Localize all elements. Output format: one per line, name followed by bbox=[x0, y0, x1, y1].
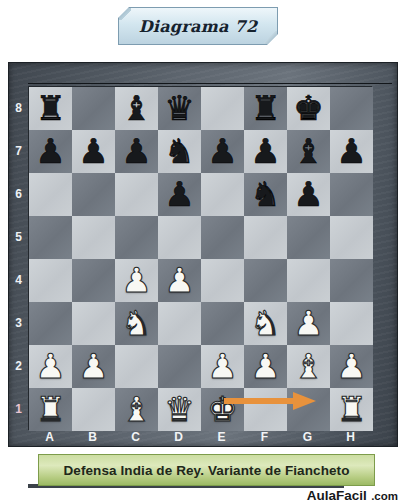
piece-black-pawn[interactable]: ♟ bbox=[121, 130, 151, 173]
square-h5[interactable] bbox=[330, 216, 373, 259]
piece-white-knight[interactable]: ♞ bbox=[121, 302, 151, 345]
piece-black-bishop[interactable]: ♝ bbox=[293, 130, 323, 173]
file-label-b: B bbox=[71, 428, 114, 446]
piece-black-rook[interactable]: ♜ bbox=[250, 87, 280, 130]
square-b4[interactable] bbox=[72, 259, 115, 302]
piece-black-pawn[interactable]: ♟ bbox=[164, 173, 194, 216]
rank-label-8: 8 bbox=[9, 86, 28, 129]
square-e5[interactable] bbox=[201, 216, 244, 259]
square-h1[interactable]: ♜ bbox=[330, 388, 373, 431]
file-label-d: D bbox=[157, 428, 200, 446]
file-label-f: F bbox=[243, 428, 286, 446]
piece-white-pawn[interactable]: ♟ bbox=[250, 345, 280, 388]
square-g4[interactable] bbox=[287, 259, 330, 302]
square-h7[interactable]: ♟ bbox=[330, 130, 373, 173]
square-f6[interactable]: ♞ bbox=[244, 173, 287, 216]
piece-black-knight[interactable]: ♞ bbox=[250, 173, 280, 216]
square-a8[interactable]: ♜ bbox=[29, 87, 72, 130]
chess-board: ♜♝♛♜♚♟♟♟♞♟♟♝♟♟♞♟♟♟♞♞♟♟♟♟♟♝♟♜♝♛♚♜ bbox=[28, 86, 372, 430]
square-c7[interactable]: ♟ bbox=[115, 130, 158, 173]
square-h4[interactable] bbox=[330, 259, 373, 302]
square-e7[interactable]: ♟ bbox=[201, 130, 244, 173]
square-f3[interactable]: ♞ bbox=[244, 302, 287, 345]
piece-black-pawn[interactable]: ♟ bbox=[293, 173, 323, 216]
file-labels: ABCDEFGH bbox=[28, 428, 372, 446]
piece-white-queen[interactable]: ♛ bbox=[164, 388, 194, 431]
file-label-g: G bbox=[286, 428, 329, 446]
file-label-c: C bbox=[114, 428, 157, 446]
watermark-domain: .com bbox=[371, 490, 398, 502]
square-d6[interactable]: ♟ bbox=[158, 173, 201, 216]
piece-white-rook[interactable]: ♜ bbox=[35, 388, 65, 431]
square-g2[interactable]: ♝ bbox=[287, 345, 330, 388]
square-d7[interactable]: ♞ bbox=[158, 130, 201, 173]
square-h6[interactable] bbox=[330, 173, 373, 216]
piece-white-pawn[interactable]: ♟ bbox=[35, 345, 65, 388]
diagram-title: Diagrama 72 bbox=[139, 17, 258, 36]
square-f8[interactable]: ♜ bbox=[244, 87, 287, 130]
square-e3[interactable] bbox=[201, 302, 244, 345]
file-label-h: H bbox=[329, 428, 372, 446]
piece-white-pawn[interactable]: ♟ bbox=[78, 345, 108, 388]
chess-board-frame: 87654321 ♜♝♛♜♚♟♟♟♞♟♟♝♟♟♞♟♟♟♞♞♟♟♟♟♟♝♟♜♝♛♚… bbox=[8, 62, 398, 447]
square-c2[interactable] bbox=[115, 345, 158, 388]
square-g6[interactable]: ♟ bbox=[287, 173, 330, 216]
rank-label-6: 6 bbox=[9, 172, 28, 215]
square-g3[interactable]: ♟ bbox=[287, 302, 330, 345]
square-f5[interactable] bbox=[244, 216, 287, 259]
frame-inner-line bbox=[28, 83, 392, 84]
piece-black-knight[interactable]: ♞ bbox=[164, 130, 194, 173]
square-f2[interactable]: ♟ bbox=[244, 345, 287, 388]
opening-name-label: Defensa India de Rey. Variante de Fianch… bbox=[63, 463, 349, 478]
rank-label-2: 2 bbox=[9, 344, 28, 387]
square-b6[interactable] bbox=[72, 173, 115, 216]
square-e2[interactable]: ♟ bbox=[201, 345, 244, 388]
piece-black-pawn[interactable]: ♟ bbox=[35, 130, 65, 173]
rank-label-7: 7 bbox=[9, 129, 28, 172]
file-label-a: A bbox=[28, 428, 71, 446]
square-d2[interactable] bbox=[158, 345, 201, 388]
watermark: AulaFacil .com bbox=[307, 486, 398, 502]
piece-black-pawn[interactable]: ♟ bbox=[78, 130, 108, 173]
square-b1[interactable] bbox=[72, 388, 115, 431]
square-b7[interactable]: ♟ bbox=[72, 130, 115, 173]
rank-labels: 87654321 bbox=[9, 86, 28, 430]
piece-white-rook[interactable]: ♜ bbox=[336, 388, 366, 431]
file-label-e: E bbox=[200, 428, 243, 446]
rank-label-5: 5 bbox=[9, 215, 28, 258]
piece-white-bishop[interactable]: ♝ bbox=[121, 388, 151, 431]
piece-white-king[interactable]: ♚ bbox=[207, 388, 237, 431]
square-e8[interactable] bbox=[201, 87, 244, 130]
piece-black-rook[interactable]: ♜ bbox=[35, 87, 65, 130]
square-c4[interactable]: ♟ bbox=[115, 259, 158, 302]
square-a3[interactable] bbox=[29, 302, 72, 345]
square-g5[interactable] bbox=[287, 216, 330, 259]
square-a2[interactable]: ♟ bbox=[29, 345, 72, 388]
piece-black-pawn[interactable]: ♟ bbox=[207, 130, 237, 173]
square-f1[interactable] bbox=[244, 388, 287, 431]
square-b8[interactable] bbox=[72, 87, 115, 130]
rank-label-1: 1 bbox=[9, 387, 28, 430]
piece-black-bishop[interactable]: ♝ bbox=[121, 87, 151, 130]
square-b2[interactable]: ♟ bbox=[72, 345, 115, 388]
square-g1[interactable] bbox=[287, 388, 330, 431]
caption-box: Defensa India de Rey. Variante de Fianch… bbox=[38, 454, 375, 486]
square-d3[interactable] bbox=[158, 302, 201, 345]
square-a7[interactable]: ♟ bbox=[29, 130, 72, 173]
piece-white-bishop[interactable]: ♝ bbox=[293, 345, 323, 388]
square-e4[interactable] bbox=[201, 259, 244, 302]
square-a6[interactable] bbox=[29, 173, 72, 216]
square-f7[interactable]: ♟ bbox=[244, 130, 287, 173]
piece-black-pawn[interactable]: ♟ bbox=[336, 130, 366, 173]
piece-white-knight[interactable]: ♞ bbox=[250, 302, 280, 345]
square-c1[interactable]: ♝ bbox=[115, 388, 158, 431]
square-e1[interactable]: ♚ bbox=[201, 388, 244, 431]
square-c8[interactable]: ♝ bbox=[115, 87, 158, 130]
square-d4[interactable]: ♟ bbox=[158, 259, 201, 302]
rank-label-3: 3 bbox=[9, 301, 28, 344]
square-h2[interactable]: ♟ bbox=[330, 345, 373, 388]
piece-black-king[interactable]: ♚ bbox=[293, 87, 323, 130]
piece-white-pawn[interactable]: ♟ bbox=[336, 345, 366, 388]
square-b3[interactable] bbox=[72, 302, 115, 345]
rank-label-4: 4 bbox=[9, 258, 28, 301]
square-a1[interactable]: ♜ bbox=[29, 388, 72, 431]
title-banner: Diagrama 72 bbox=[118, 7, 278, 45]
piece-white-pawn[interactable]: ♟ bbox=[164, 259, 194, 302]
square-h3[interactable] bbox=[330, 302, 373, 345]
piece-black-queen[interactable]: ♛ bbox=[164, 87, 194, 130]
square-a4[interactable] bbox=[29, 259, 72, 302]
square-g8[interactable]: ♚ bbox=[287, 87, 330, 130]
piece-white-pawn[interactable]: ♟ bbox=[207, 345, 237, 388]
square-g7[interactable]: ♝ bbox=[287, 130, 330, 173]
square-h8[interactable] bbox=[330, 87, 373, 130]
square-b5[interactable] bbox=[72, 216, 115, 259]
square-e6[interactable] bbox=[201, 173, 244, 216]
square-d5[interactable] bbox=[158, 216, 201, 259]
piece-black-pawn[interactable]: ♟ bbox=[250, 130, 280, 173]
square-d8[interactable]: ♛ bbox=[158, 87, 201, 130]
square-c3[interactable]: ♞ bbox=[115, 302, 158, 345]
watermark-brand: AulaFacil bbox=[307, 488, 367, 502]
piece-white-pawn[interactable]: ♟ bbox=[121, 259, 151, 302]
square-f4[interactable] bbox=[244, 259, 287, 302]
square-c5[interactable] bbox=[115, 216, 158, 259]
piece-white-pawn[interactable]: ♟ bbox=[293, 302, 323, 345]
square-a5[interactable] bbox=[29, 216, 72, 259]
square-d1[interactable]: ♛ bbox=[158, 388, 201, 431]
square-c6[interactable] bbox=[115, 173, 158, 216]
